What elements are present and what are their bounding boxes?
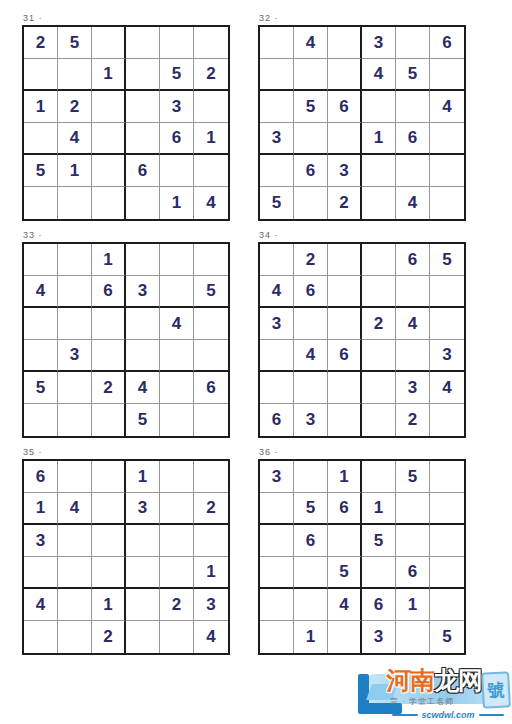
cell-r3c3 xyxy=(92,308,126,340)
cell-r4c5: 6 xyxy=(396,557,430,589)
cell-r3c5: 4 xyxy=(160,308,194,340)
cell-r5c1 xyxy=(260,372,294,404)
cell-r2c1 xyxy=(260,493,294,525)
cell-r2c1: 4 xyxy=(260,276,294,308)
cell-r3c5 xyxy=(160,525,194,557)
cell-r1c2: 4 xyxy=(294,27,328,59)
cell-r2c1 xyxy=(24,59,58,91)
cell-r6c5 xyxy=(160,404,194,436)
sudoku-grid-32: 4364556431663524 xyxy=(258,25,466,221)
cell-r1c2 xyxy=(58,244,92,276)
cell-r5c5: 2 xyxy=(160,589,194,621)
cell-r5c1: 5 xyxy=(24,155,58,187)
cell-r3c5: 4 xyxy=(396,308,430,340)
cell-r5c2 xyxy=(294,589,328,621)
cell-r4c3 xyxy=(92,123,126,155)
cell-r2c6 xyxy=(430,276,464,308)
cell-r4c2: 4 xyxy=(294,340,328,372)
cell-r1c1: 6 xyxy=(24,461,58,493)
cell-r4c3: 6 xyxy=(328,340,362,372)
cell-r5c5 xyxy=(160,372,194,404)
cell-r3c6 xyxy=(194,91,228,123)
cell-r3c3: 6 xyxy=(328,91,362,123)
cell-r5c3 xyxy=(92,155,126,187)
cell-r1c4 xyxy=(362,461,396,493)
puzzle-32: 32 · 4364556431663524 xyxy=(258,13,466,221)
cell-r4c1 xyxy=(24,340,58,372)
cell-r1c1: 3 xyxy=(260,461,294,493)
cell-r5c5: 3 xyxy=(396,372,430,404)
cell-r1c3 xyxy=(92,27,126,59)
cell-r5c2: 1 xyxy=(58,155,92,187)
cell-r4c6 xyxy=(430,123,464,155)
cell-r4c4 xyxy=(126,557,160,589)
cell-r5c4: 6 xyxy=(126,155,160,187)
cell-r5c4 xyxy=(362,372,396,404)
cell-r3c5: 3 xyxy=(160,91,194,123)
cell-r3c1 xyxy=(260,91,294,123)
cell-r5c1: 5 xyxy=(24,372,58,404)
cell-r1c6 xyxy=(430,461,464,493)
cell-r2c4 xyxy=(126,59,160,91)
cell-r2c3: 1 xyxy=(92,59,126,91)
cell-r6c3 xyxy=(92,187,126,219)
puzzle-label-36: 36 · xyxy=(259,447,466,457)
cell-r4c2 xyxy=(294,557,328,589)
cell-r4c6 xyxy=(194,340,228,372)
cell-r6c1: 6 xyxy=(260,404,294,436)
cell-r6c2 xyxy=(58,187,92,219)
cell-r5c4: 6 xyxy=(362,589,396,621)
cell-r1c4 xyxy=(126,27,160,59)
cell-r5c2 xyxy=(58,589,92,621)
cell-r6c4: 5 xyxy=(126,404,160,436)
cell-r3c6 xyxy=(430,525,464,557)
cell-r1c3 xyxy=(328,27,362,59)
cell-r3c2 xyxy=(58,308,92,340)
cell-r5c6: 4 xyxy=(430,372,464,404)
cell-r5c3: 2 xyxy=(92,372,126,404)
cell-r1c6 xyxy=(194,244,228,276)
cell-r6c2 xyxy=(58,404,92,436)
cell-r3c1: 3 xyxy=(260,308,294,340)
cell-r1c4 xyxy=(126,244,160,276)
cell-r2c3: 6 xyxy=(328,493,362,525)
cell-r1c3 xyxy=(92,461,126,493)
cell-r3c1 xyxy=(24,308,58,340)
cell-r1c4: 1 xyxy=(126,461,160,493)
cell-r3c1 xyxy=(260,525,294,557)
cell-r6c4 xyxy=(362,187,396,219)
cell-r4c1 xyxy=(24,557,58,589)
cell-r4c1 xyxy=(260,557,294,589)
site-watermark: 河南龙网 號 宗 · 学堂工名师 scwdwl.com xyxy=(356,660,512,724)
cell-r3c2: 2 xyxy=(58,91,92,123)
cell-r2c3: 6 xyxy=(92,276,126,308)
cell-r3c4: 2 xyxy=(362,308,396,340)
cell-r6c4 xyxy=(126,621,160,653)
cell-r3c4: 5 xyxy=(362,525,396,557)
cell-r4c5: 6 xyxy=(160,123,194,155)
cell-r1c4: 3 xyxy=(362,27,396,59)
cell-r5c5: 1 xyxy=(396,589,430,621)
cell-r2c1: 1 xyxy=(24,493,58,525)
cell-r1c5 xyxy=(160,244,194,276)
cell-r6c5 xyxy=(396,621,430,653)
sudoku-grid-34: 2654632446334632 xyxy=(258,242,466,438)
cell-r4c3: 5 xyxy=(328,557,362,589)
watermark-brand-longwang: 龙网 xyxy=(434,666,482,694)
cell-r5c1 xyxy=(260,155,294,187)
cell-r6c1 xyxy=(24,404,58,436)
cell-r4c3 xyxy=(92,340,126,372)
cell-r4c4 xyxy=(362,340,396,372)
cell-r5c2: 6 xyxy=(294,155,328,187)
cell-r2c2 xyxy=(58,276,92,308)
cell-r3c2 xyxy=(58,525,92,557)
cell-r4c4: 1 xyxy=(362,123,396,155)
cell-r6c5 xyxy=(160,621,194,653)
cell-r6c6: 4 xyxy=(194,621,228,653)
sudoku-grid-36: 3155616556461135 xyxy=(258,459,466,655)
cell-r6c4 xyxy=(362,404,396,436)
cell-r2c5 xyxy=(160,276,194,308)
cell-r6c1 xyxy=(24,187,58,219)
cell-r4c6: 1 xyxy=(194,557,228,589)
cell-r1c5 xyxy=(396,27,430,59)
cell-r3c6 xyxy=(194,308,228,340)
puzzle-31: 31 · 2515212346151614 xyxy=(22,13,230,221)
cell-r2c3 xyxy=(328,276,362,308)
puzzle-label-34: 34 · xyxy=(259,230,466,240)
cell-r5c4: 4 xyxy=(126,372,160,404)
cell-r3c1: 1 xyxy=(24,91,58,123)
cell-r3c5 xyxy=(396,91,430,123)
cell-r6c6 xyxy=(430,187,464,219)
cell-r6c3 xyxy=(328,621,362,653)
cell-r4c5 xyxy=(160,557,194,589)
cell-r2c5: 5 xyxy=(160,59,194,91)
puzzle-sheet: 31 · 2515212346151614 32 · 4364556431663… xyxy=(22,13,466,655)
watermark-tagline: 宗 · 学堂工名师 xyxy=(390,696,454,707)
cell-r4c1 xyxy=(24,123,58,155)
cell-r6c4: 3 xyxy=(362,621,396,653)
cell-r1c3 xyxy=(328,244,362,276)
cell-r2c2 xyxy=(58,59,92,91)
cell-r3c3 xyxy=(92,91,126,123)
cell-r4c4 xyxy=(126,340,160,372)
cell-r1c2: 5 xyxy=(58,27,92,59)
cell-r2c5 xyxy=(396,493,430,525)
sudoku-grid-35: 61143231412324 xyxy=(22,459,230,655)
cell-r4c3 xyxy=(328,123,362,155)
cell-r1c5 xyxy=(160,27,194,59)
cell-r4c4 xyxy=(126,123,160,155)
cell-r4c3 xyxy=(92,557,126,589)
cell-r4c5 xyxy=(160,340,194,372)
cell-r1c5: 6 xyxy=(396,244,430,276)
cell-r6c3 xyxy=(92,404,126,436)
cell-r1c6 xyxy=(194,461,228,493)
puzzle-label-35: 35 · xyxy=(23,447,230,457)
cell-r3c3 xyxy=(328,308,362,340)
cell-r2c6: 2 xyxy=(194,493,228,525)
puzzle-label-33: 33 · xyxy=(23,230,230,240)
cell-r4c2: 3 xyxy=(58,340,92,372)
cell-r5c3: 1 xyxy=(92,589,126,621)
cell-r1c2 xyxy=(294,461,328,493)
cell-r3c2: 6 xyxy=(294,525,328,557)
cell-r6c1: 5 xyxy=(260,187,294,219)
cell-r1c3: 1 xyxy=(328,461,362,493)
cell-r2c4 xyxy=(362,276,396,308)
cell-r4c6: 1 xyxy=(194,123,228,155)
cell-r1c5 xyxy=(160,461,194,493)
puzzle-label-31: 31 · xyxy=(23,13,230,23)
cell-r2c6 xyxy=(430,59,464,91)
cell-r6c6 xyxy=(430,404,464,436)
cell-r2c6 xyxy=(430,493,464,525)
watermark-brand: 河南龙网 xyxy=(386,668,482,693)
cell-r4c4 xyxy=(362,557,396,589)
cell-r5c2 xyxy=(58,372,92,404)
cell-r1c6: 5 xyxy=(430,244,464,276)
puzzle-35: 35 · 61143231412324 xyxy=(22,447,230,655)
cell-r6c5: 1 xyxy=(160,187,194,219)
cell-r6c6: 5 xyxy=(430,621,464,653)
cell-r5c3 xyxy=(328,372,362,404)
cell-r2c5 xyxy=(396,276,430,308)
cell-r5c2 xyxy=(294,372,328,404)
cell-r3c4 xyxy=(126,308,160,340)
cell-r5c1: 4 xyxy=(24,589,58,621)
watermark-url-row: scwdwl.com xyxy=(392,710,504,720)
cell-r2c6: 5 xyxy=(194,276,228,308)
cell-r4c2 xyxy=(58,557,92,589)
cell-r3c5 xyxy=(396,525,430,557)
cell-r2c5 xyxy=(160,493,194,525)
cell-r5c5 xyxy=(160,155,194,187)
cell-r1c1 xyxy=(24,244,58,276)
cell-r2c2: 6 xyxy=(294,276,328,308)
cell-r5c6 xyxy=(430,155,464,187)
cell-r6c3: 2 xyxy=(92,621,126,653)
cell-r3c2 xyxy=(294,308,328,340)
cell-r6c4 xyxy=(126,187,160,219)
cell-r6c2 xyxy=(294,187,328,219)
sudoku-grid-33: 146354352465 xyxy=(22,242,230,438)
cell-r6c6: 4 xyxy=(194,187,228,219)
cell-r2c3 xyxy=(92,493,126,525)
cell-r4c6 xyxy=(430,557,464,589)
cell-r1c5: 5 xyxy=(396,461,430,493)
cell-r3c6: 4 xyxy=(430,91,464,123)
watermark-brand-henan: 河南 xyxy=(386,666,434,694)
watermark-url: scwdwl.com xyxy=(422,710,475,720)
cell-r2c4: 1 xyxy=(362,493,396,525)
cell-r1c2: 2 xyxy=(294,244,328,276)
cell-r2c2: 5 xyxy=(294,493,328,525)
cell-r2c4: 4 xyxy=(362,59,396,91)
cell-r5c5 xyxy=(396,155,430,187)
cell-r6c2 xyxy=(58,621,92,653)
cell-r5c6 xyxy=(194,155,228,187)
cell-r6c5: 4 xyxy=(396,187,430,219)
cell-r4c1: 3 xyxy=(260,123,294,155)
cell-r3c2: 5 xyxy=(294,91,328,123)
cell-r5c3: 4 xyxy=(328,589,362,621)
cell-r1c6 xyxy=(194,27,228,59)
cell-r2c2: 4 xyxy=(58,493,92,525)
cell-r6c5: 2 xyxy=(396,404,430,436)
cell-r4c2 xyxy=(294,123,328,155)
cell-r6c1 xyxy=(24,621,58,653)
cell-r2c1 xyxy=(260,59,294,91)
cell-r1c1: 2 xyxy=(24,27,58,59)
cell-r3c6 xyxy=(430,308,464,340)
cell-r1c1 xyxy=(260,244,294,276)
cell-r2c6: 2 xyxy=(194,59,228,91)
cell-r5c1 xyxy=(260,589,294,621)
cell-r6c1 xyxy=(260,621,294,653)
cell-r2c4: 3 xyxy=(126,493,160,525)
cell-r1c1 xyxy=(260,27,294,59)
cell-r4c6: 3 xyxy=(430,340,464,372)
cell-r1c3: 1 xyxy=(92,244,126,276)
cell-r1c2 xyxy=(58,461,92,493)
cell-r6c2: 1 xyxy=(294,621,328,653)
cell-r5c6: 3 xyxy=(194,589,228,621)
cell-r5c6 xyxy=(430,589,464,621)
sudoku-grid-31: 2515212346151614 xyxy=(22,25,230,221)
cell-r3c3 xyxy=(92,525,126,557)
cell-r4c5 xyxy=(396,340,430,372)
cell-r6c6 xyxy=(194,404,228,436)
cell-r4c1 xyxy=(260,340,294,372)
cell-r5c4 xyxy=(126,589,160,621)
cell-r2c4: 3 xyxy=(126,276,160,308)
cell-r2c3 xyxy=(328,59,362,91)
puzzle-33: 33 · 146354352465 xyxy=(22,230,230,438)
puzzle-label-32: 32 · xyxy=(259,13,466,23)
cell-r5c6: 6 xyxy=(194,372,228,404)
cell-r3c6 xyxy=(194,525,228,557)
cell-r3c4 xyxy=(362,91,396,123)
cell-r3c3 xyxy=(328,525,362,557)
cell-r1c6: 6 xyxy=(430,27,464,59)
cell-r1c4 xyxy=(362,244,396,276)
cell-r5c3: 3 xyxy=(328,155,362,187)
cell-r3c4 xyxy=(126,525,160,557)
cell-r3c4 xyxy=(126,91,160,123)
cell-r6c2: 3 xyxy=(294,404,328,436)
cell-r6c3 xyxy=(328,404,362,436)
cell-r4c5: 6 xyxy=(396,123,430,155)
cell-r5c4 xyxy=(362,155,396,187)
cell-r2c1: 4 xyxy=(24,276,58,308)
cell-r2c5: 5 xyxy=(396,59,430,91)
cell-r6c3: 2 xyxy=(328,187,362,219)
cell-r2c2 xyxy=(294,59,328,91)
puzzle-36: 36 · 3155616556461135 xyxy=(258,447,466,655)
watermark-seal-icon: 號 xyxy=(481,671,511,708)
cell-r4c2: 4 xyxy=(58,123,92,155)
cell-r3c1: 3 xyxy=(24,525,58,557)
puzzle-34: 34 · 2654632446334632 xyxy=(258,230,466,438)
